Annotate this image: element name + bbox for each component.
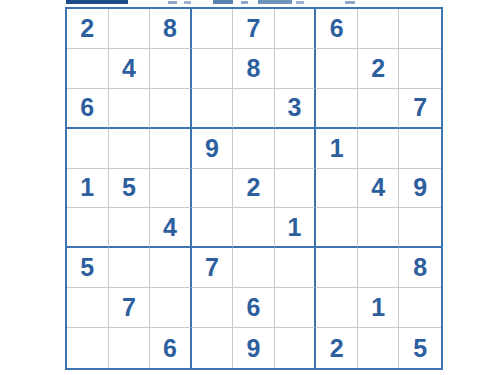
cell-r5c1[interactable]: 1 bbox=[67, 169, 109, 209]
cell-r5c8[interactable]: 4 bbox=[358, 169, 400, 209]
cell-r9c5[interactable]: 9 bbox=[233, 328, 275, 368]
cell-r6c5[interactable] bbox=[233, 208, 275, 248]
cropped-text-fragment bbox=[345, 1, 355, 4]
cropped-text-fragment bbox=[241, 1, 248, 4]
cell-r1c7[interactable]: 6 bbox=[316, 9, 358, 49]
cropped-text-fragment bbox=[213, 0, 233, 4]
cell-r6c9[interactable] bbox=[399, 208, 441, 248]
cell-r8c3[interactable] bbox=[150, 288, 192, 328]
cell-r3c7[interactable] bbox=[316, 89, 358, 129]
cell-r3c2[interactable] bbox=[109, 89, 151, 129]
cell-r9c9[interactable]: 5 bbox=[399, 328, 441, 368]
cell-r7c5[interactable] bbox=[233, 248, 275, 288]
cell-r6c7[interactable] bbox=[316, 208, 358, 248]
cell-r2c9[interactable] bbox=[399, 49, 441, 89]
cell-r9c3[interactable]: 6 bbox=[150, 328, 192, 368]
cell-r4c4[interactable]: 9 bbox=[192, 129, 234, 169]
cell-r5c4[interactable] bbox=[192, 169, 234, 209]
cell-r7c1[interactable]: 5 bbox=[67, 248, 109, 288]
cell-r2c8[interactable]: 2 bbox=[358, 49, 400, 89]
cell-r9c8[interactable] bbox=[358, 328, 400, 368]
cell-r3c4[interactable] bbox=[192, 89, 234, 129]
cell-r9c2[interactable] bbox=[109, 328, 151, 368]
cell-r2c4[interactable] bbox=[192, 49, 234, 89]
cell-r4c9[interactable] bbox=[399, 129, 441, 169]
cell-r2c5[interactable]: 8 bbox=[233, 49, 275, 89]
cell-r4c1[interactable] bbox=[67, 129, 109, 169]
cell-r8c2[interactable]: 7 bbox=[109, 288, 151, 328]
cell-r7c4[interactable]: 7 bbox=[192, 248, 234, 288]
cell-r1c5[interactable]: 7 bbox=[233, 9, 275, 49]
cropped-text-fragment bbox=[184, 1, 191, 4]
cell-r4c7[interactable]: 1 bbox=[316, 129, 358, 169]
cell-r2c7[interactable] bbox=[316, 49, 358, 89]
cell-r8c9[interactable] bbox=[399, 288, 441, 328]
cell-r1c1[interactable]: 2 bbox=[67, 9, 109, 49]
cell-r1c3[interactable]: 8 bbox=[150, 9, 192, 49]
cell-r9c4[interactable] bbox=[192, 328, 234, 368]
cell-r4c8[interactable] bbox=[358, 129, 400, 169]
cell-r3c3[interactable] bbox=[150, 89, 192, 129]
cell-r5c3[interactable] bbox=[150, 169, 192, 209]
cell-r9c6[interactable] bbox=[275, 328, 317, 368]
cell-r2c2[interactable]: 4 bbox=[109, 49, 151, 89]
cell-r5c7[interactable] bbox=[316, 169, 358, 209]
cell-r8c5[interactable]: 6 bbox=[233, 288, 275, 328]
cell-r7c7[interactable] bbox=[316, 248, 358, 288]
cell-r3c5[interactable] bbox=[233, 89, 275, 129]
cropped-text-fragment bbox=[258, 0, 292, 4]
cell-r9c1[interactable] bbox=[67, 328, 109, 368]
cell-r1c4[interactable] bbox=[192, 9, 234, 49]
cell-r7c9[interactable]: 8 bbox=[399, 248, 441, 288]
cell-r7c8[interactable] bbox=[358, 248, 400, 288]
cell-r4c6[interactable] bbox=[275, 129, 317, 169]
cropped-text-fragment bbox=[296, 1, 304, 4]
cell-r8c1[interactable] bbox=[67, 288, 109, 328]
cell-r4c2[interactable] bbox=[109, 129, 151, 169]
cropped-text-fragment bbox=[66, 0, 128, 4]
cell-r1c6[interactable] bbox=[275, 9, 317, 49]
cell-r1c9[interactable] bbox=[399, 9, 441, 49]
cell-r3c8[interactable] bbox=[358, 89, 400, 129]
cell-r4c5[interactable] bbox=[233, 129, 275, 169]
cell-r5c5[interactable]: 2 bbox=[233, 169, 275, 209]
cell-r7c2[interactable] bbox=[109, 248, 151, 288]
cell-r6c3[interactable]: 4 bbox=[150, 208, 192, 248]
cell-r8c7[interactable] bbox=[316, 288, 358, 328]
cell-r5c6[interactable] bbox=[275, 169, 317, 209]
cell-r7c3[interactable] bbox=[150, 248, 192, 288]
cell-r5c9[interactable]: 9 bbox=[399, 169, 441, 209]
cell-r4c3[interactable] bbox=[150, 129, 192, 169]
cell-r6c1[interactable] bbox=[67, 208, 109, 248]
cell-r6c2[interactable] bbox=[109, 208, 151, 248]
cell-r3c6[interactable]: 3 bbox=[275, 89, 317, 129]
sudoku-board: 28764826379115249415787616925 bbox=[65, 7, 443, 370]
cell-r8c6[interactable] bbox=[275, 288, 317, 328]
cell-r1c2[interactable] bbox=[109, 9, 151, 49]
cell-r6c8[interactable] bbox=[358, 208, 400, 248]
cell-r6c4[interactable] bbox=[192, 208, 234, 248]
cell-r2c6[interactable] bbox=[275, 49, 317, 89]
cell-r9c7[interactable]: 2 bbox=[316, 328, 358, 368]
cropped-text-fragment bbox=[168, 1, 177, 4]
cell-r3c1[interactable]: 6 bbox=[67, 89, 109, 129]
cell-r1c8[interactable] bbox=[358, 9, 400, 49]
cell-r3c9[interactable]: 7 bbox=[399, 89, 441, 129]
cell-r6c6[interactable]: 1 bbox=[275, 208, 317, 248]
cell-r7c6[interactable] bbox=[275, 248, 317, 288]
cell-r2c3[interactable] bbox=[150, 49, 192, 89]
cell-r5c2[interactable]: 5 bbox=[109, 169, 151, 209]
cell-r8c4[interactable] bbox=[192, 288, 234, 328]
cell-r8c8[interactable]: 1 bbox=[358, 288, 400, 328]
cell-r2c1[interactable] bbox=[67, 49, 109, 89]
